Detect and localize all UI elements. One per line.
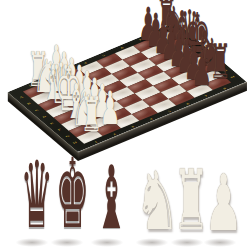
ivory-knight-glyph: ♞: [134, 161, 169, 242]
coordinate-label: 5: [167, 110, 171, 113]
brown-king-glyph: ♚: [56, 146, 79, 242]
display-brown-king: ♚: [45, 169, 89, 242]
chess-set-photo: 12345678 12345678 ABCDEFGH ABCDEFGH ♜♟♟♜…: [0, 0, 250, 250]
coordinate-label: B: [26, 102, 31, 105]
display-white-knight: ♞: [130, 179, 174, 242]
coordinate-label: E: [49, 122, 54, 125]
white-rook: ♜: [74, 90, 109, 138]
coordinate-label: H: [72, 141, 78, 144]
ivory-pawn-glyph: ♟: [204, 164, 236, 242]
brown-queen-glyph: ♛: [21, 150, 44, 242]
ivory-rook-glyph: ♜: [173, 159, 200, 242]
display-brown-bishop: ♝: [85, 175, 129, 242]
coordinate-label: G: [64, 135, 70, 138]
display-brown-queen: ♛: [10, 172, 54, 242]
display-white-rook: ♜: [165, 178, 209, 242]
coordinate-label: 4: [149, 117, 153, 120]
coordinate-label: C: [34, 109, 39, 112]
coordinate-label: D: [42, 115, 47, 118]
display-white-pawn: ♟: [198, 182, 242, 242]
brown-pawn: ♟: [184, 46, 219, 92]
coordinate-label: 3: [130, 125, 134, 128]
coordinate-label: 6: [185, 102, 189, 105]
square: ♜: [76, 130, 102, 144]
brown-bishop-glyph: ♝: [95, 155, 119, 242]
